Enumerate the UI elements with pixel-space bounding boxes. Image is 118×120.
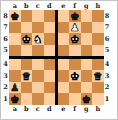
rank-label-left-1: 1: [2, 93, 9, 105]
square-d5[interactable]: [44, 45, 56, 57]
square-d6[interactable]: [44, 33, 56, 45]
square-e7[interactable]: [58, 22, 70, 34]
square-h6[interactable]: [92, 33, 104, 45]
square-a1[interactable]: ♚: [9, 93, 21, 105]
square-c2[interactable]: [32, 82, 44, 94]
quadrant-divider-horizontal: [9, 56, 104, 59]
square-e2[interactable]: [58, 82, 70, 94]
chess-board-with-coordinates: aabbccddeeffgghh8877665544332211♚♚♟♚♞♚♛♚…: [2, 2, 111, 114]
file-label-bottom-b: b: [21, 105, 33, 114]
file-label-bottom-g: g: [81, 105, 93, 114]
square-d2[interactable]: [44, 82, 56, 94]
square-g8[interactable]: [81, 10, 93, 22]
square-a4[interactable]: [9, 59, 21, 71]
rank-label-right-8: 8: [104, 10, 111, 22]
square-a3[interactable]: [9, 70, 21, 82]
square-h7[interactable]: [92, 22, 104, 34]
square-e6[interactable]: [58, 33, 70, 45]
square-a5[interactable]: [9, 45, 21, 57]
square-a7[interactable]: [9, 22, 21, 34]
square-e1[interactable]: [58, 93, 70, 105]
square-g2[interactable]: [81, 82, 93, 94]
file-label-top-h: h: [92, 2, 104, 10]
square-h8[interactable]: [92, 10, 104, 22]
piece-white-king[interactable]: ♚: [70, 71, 79, 82]
piece-black-king[interactable]: ♚: [10, 94, 19, 105]
square-c5[interactable]: [32, 45, 44, 57]
square-b4[interactable]: [21, 59, 33, 71]
square-c4[interactable]: [32, 59, 44, 71]
piece-black-pawn[interactable]: ♟: [10, 82, 19, 93]
piece-white-king[interactable]: ♚: [70, 34, 79, 45]
file-label-top-d: d: [44, 2, 56, 10]
square-c8[interactable]: [32, 10, 44, 22]
square-f4[interactable]: [69, 59, 81, 71]
square-c6[interactable]: ♞: [32, 33, 44, 45]
file-label-top-b: b: [21, 2, 33, 10]
square-f2[interactable]: [69, 82, 81, 94]
square-f3[interactable]: ♚: [69, 70, 81, 82]
square-d3[interactable]: [44, 70, 56, 82]
square-b3[interactable]: ♛: [21, 70, 33, 82]
square-h4[interactable]: [92, 59, 104, 71]
file-label-top-c: c: [32, 2, 44, 10]
square-f1[interactable]: [69, 93, 81, 105]
square-a6[interactable]: [9, 33, 21, 45]
square-b1[interactable]: [21, 93, 33, 105]
rank-label-left-8: 8: [2, 10, 9, 22]
piece-white-knight[interactable]: ♞: [33, 34, 42, 45]
square-e5[interactable]: [58, 45, 70, 57]
rank-label-right-4: 4: [104, 59, 111, 71]
rank-label-right-7: 7: [104, 22, 111, 34]
square-h2[interactable]: [92, 82, 104, 94]
square-g3[interactable]: [81, 70, 93, 82]
piece-white-king[interactable]: ♚: [22, 34, 31, 45]
square-d4[interactable]: [44, 59, 56, 71]
file-label-top-e: e: [58, 2, 70, 10]
file-label-top-a: a: [9, 2, 21, 10]
square-a8[interactable]: ♚: [9, 10, 21, 22]
square-b7[interactable]: [21, 22, 33, 34]
file-label-bottom-f: f: [69, 105, 81, 114]
square-g6[interactable]: [81, 33, 93, 45]
square-b2[interactable]: [21, 82, 33, 94]
piece-black-king[interactable]: ♚: [70, 11, 79, 22]
piece-white-pawn[interactable]: ♟: [70, 22, 79, 33]
rank-label-left-3: 3: [2, 70, 9, 82]
square-f8[interactable]: ♚: [69, 10, 81, 22]
square-h5[interactable]: [92, 45, 104, 57]
file-label-top-f: f: [69, 2, 81, 10]
square-h1[interactable]: [92, 93, 104, 105]
square-d7[interactable]: [44, 22, 56, 34]
rank-label-left-4: 4: [2, 59, 9, 71]
rank-label-right-6: 6: [104, 33, 111, 45]
square-g5[interactable]: [81, 45, 93, 57]
square-b5[interactable]: [21, 45, 33, 57]
square-d8[interactable]: [44, 10, 56, 22]
piece-white-queen[interactable]: ♛: [93, 71, 102, 82]
square-e8[interactable]: [58, 10, 70, 22]
chess-diagram: aabbccddeeffgghh8877665544332211♚♚♟♚♞♚♛♚…: [0, 0, 118, 120]
square-d1[interactable]: [44, 93, 56, 105]
square-c1[interactable]: [32, 93, 44, 105]
rank-label-left-2: 2: [2, 82, 9, 94]
file-label-bottom-h: h: [92, 105, 104, 114]
rank-label-right-3: 3: [104, 70, 111, 82]
square-a2[interactable]: ♟: [9, 82, 21, 94]
square-c7[interactable]: [32, 22, 44, 34]
square-g1[interactable]: ♚: [81, 93, 93, 105]
square-g4[interactable]: [81, 59, 93, 71]
rank-label-right-5: 5: [104, 45, 111, 57]
rank-label-left-7: 7: [2, 22, 9, 34]
rank-label-right-2: 2: [104, 82, 111, 94]
square-b6[interactable]: ♚: [21, 33, 33, 45]
square-g7[interactable]: [81, 22, 93, 34]
square-f6[interactable]: ♚: [69, 33, 81, 45]
file-label-bottom-d: d: [44, 105, 56, 114]
square-c3[interactable]: [32, 70, 44, 82]
rank-label-right-1: 1: [104, 93, 111, 105]
square-h3[interactable]: ♛: [92, 70, 104, 82]
file-label-top-g: g: [81, 2, 93, 10]
file-label-bottom-e: e: [58, 105, 70, 114]
rank-label-left-6: 6: [2, 33, 9, 45]
square-e3[interactable]: [58, 70, 70, 82]
square-e4[interactable]: [58, 59, 70, 71]
piece-white-queen[interactable]: ♛: [22, 71, 31, 82]
piece-black-king[interactable]: ♚: [82, 94, 91, 105]
square-f5[interactable]: [69, 45, 81, 57]
file-label-bottom-a: a: [9, 105, 21, 114]
file-label-bottom-c: c: [32, 105, 44, 114]
piece-black-king[interactable]: ♚: [10, 11, 19, 22]
square-f7[interactable]: ♟: [69, 22, 81, 34]
rank-label-left-5: 5: [2, 45, 9, 57]
square-b8[interactable]: [21, 10, 33, 22]
